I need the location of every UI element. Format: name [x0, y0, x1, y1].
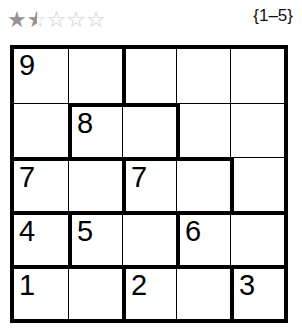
cell-r3c5[interactable] — [230, 157, 284, 211]
cell-r4c4[interactable]: 6 — [176, 211, 230, 265]
cell-r5c1[interactable]: 1 — [14, 265, 68, 319]
star-half-icon: ☆★ — [27, 9, 47, 31]
cell-r2c4[interactable] — [176, 103, 230, 157]
puzzle-header: ★☆★☆☆☆ {1–5} — [0, 0, 302, 44]
cell-r4c2[interactable]: 5 — [68, 211, 122, 265]
cell-r1c1[interactable]: 9 — [14, 49, 68, 103]
cell-r5c5[interactable]: 3 — [230, 265, 284, 319]
star-empty-icon: ☆ — [86, 9, 106, 31]
star-empty-icon: ☆ — [66, 9, 86, 31]
cage-clue: 7 — [131, 162, 147, 193]
star-full-icon: ★ — [7, 9, 27, 31]
cell-r2c3[interactable] — [122, 103, 176, 157]
cage-clue: 3 — [239, 270, 255, 301]
cage-clue: 8 — [77, 108, 93, 139]
cage-clue: 5 — [77, 216, 93, 247]
cell-r4c5[interactable] — [230, 211, 284, 265]
cell-r1c3[interactable] — [122, 49, 176, 103]
star-empty-icon: ☆ — [46, 9, 66, 31]
cage-clue: 6 — [185, 216, 201, 247]
cage-clue: 1 — [19, 270, 35, 301]
cell-r4c1[interactable]: 4 — [14, 211, 68, 265]
puzzle-grid: 9877456123 — [10, 45, 288, 323]
cage-clue: 2 — [131, 270, 147, 301]
cell-r1c4[interactable] — [176, 49, 230, 103]
cell-r3c1[interactable]: 7 — [14, 157, 68, 211]
cell-r1c5[interactable] — [230, 49, 284, 103]
cell-r3c3[interactable]: 7 — [122, 157, 176, 211]
digit-range-label: {1–5} — [253, 6, 293, 26]
cell-r5c4[interactable] — [176, 265, 230, 319]
difficulty-stars: ★☆★☆☆☆ — [7, 9, 106, 31]
cell-r3c4[interactable] — [176, 157, 230, 211]
cage-clue: 9 — [19, 50, 35, 81]
cell-r5c2[interactable] — [68, 265, 122, 319]
cell-r2c2[interactable]: 8 — [68, 103, 122, 157]
cell-r3c2[interactable] — [68, 157, 122, 211]
cell-r5c3[interactable]: 2 — [122, 265, 176, 319]
cell-r1c2[interactable] — [68, 49, 122, 103]
cell-r2c1[interactable] — [14, 103, 68, 157]
cage-clue: 7 — [19, 162, 35, 193]
cell-r2c5[interactable] — [230, 103, 284, 157]
cage-clue: 4 — [19, 216, 35, 247]
cell-r4c3[interactable] — [122, 211, 176, 265]
